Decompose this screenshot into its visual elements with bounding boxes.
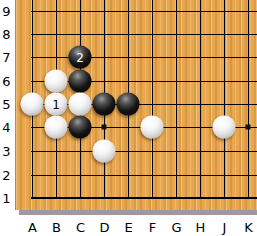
col-label-F: F — [149, 220, 156, 235]
stone-black-C6[interactable] — [69, 70, 92, 93]
grid-line-row-1 — [31, 197, 257, 199]
stone-white-A5[interactable] — [21, 93, 44, 116]
row-label-7: 7 — [2, 50, 10, 65]
stone-black-C4[interactable] — [69, 116, 92, 139]
row-label-6: 6 — [2, 74, 10, 89]
move-number-label: 1 — [52, 98, 60, 110]
col-label-D: D — [99, 220, 109, 235]
stone-white-J4[interactable] — [213, 116, 236, 139]
row-label-2: 2 — [2, 168, 10, 183]
grid-line-row-3 — [31, 151, 257, 152]
stone-black-E5[interactable] — [117, 93, 140, 116]
go-diagram: 987654321 ABCDEFGHJK 21 — [0, 0, 257, 236]
board-drop-shadow — [19, 210, 257, 215]
grid-line-col-G — [176, 0, 177, 199]
col-label-E: E — [124, 220, 132, 235]
grid-line-row-9 — [31, 11, 257, 12]
stone-white-D3[interactable] — [93, 140, 116, 163]
grid-line-col-J — [224, 0, 225, 199]
col-label-J: J — [223, 220, 227, 235]
grid-line-row-7 — [31, 57, 257, 58]
stone-white-B5[interactable]: 1 — [45, 93, 68, 116]
row-label-9: 9 — [2, 4, 10, 19]
grid-line-row-8 — [31, 34, 257, 35]
row-label-4: 4 — [2, 120, 10, 135]
star-point-D4 — [102, 125, 107, 130]
row-label-8: 8 — [2, 27, 10, 42]
grid-line-col-H — [200, 0, 201, 199]
col-label-H: H — [196, 220, 206, 235]
stone-white-F4[interactable] — [141, 116, 164, 139]
star-point-K4 — [246, 125, 251, 130]
row-label-5: 5 — [2, 97, 10, 112]
col-label-A: A — [28, 220, 37, 235]
col-label-K: K — [244, 220, 253, 235]
stone-black-C7[interactable]: 2 — [69, 46, 92, 69]
grid-line-col-F — [152, 0, 153, 199]
row-label-3: 3 — [2, 144, 10, 159]
grid-line-col-K — [248, 0, 249, 199]
move-number-label: 2 — [76, 51, 84, 63]
stone-white-B6[interactable] — [45, 70, 68, 93]
stone-white-C5[interactable] — [69, 93, 92, 116]
stone-white-B4[interactable] — [45, 116, 68, 139]
col-label-C: C — [76, 220, 85, 235]
col-label-B: B — [52, 220, 61, 235]
grid-line-row-2 — [31, 175, 257, 176]
row-label-1: 1 — [2, 191, 10, 206]
stone-black-D5[interactable] — [93, 93, 116, 116]
col-label-G: G — [171, 220, 181, 235]
